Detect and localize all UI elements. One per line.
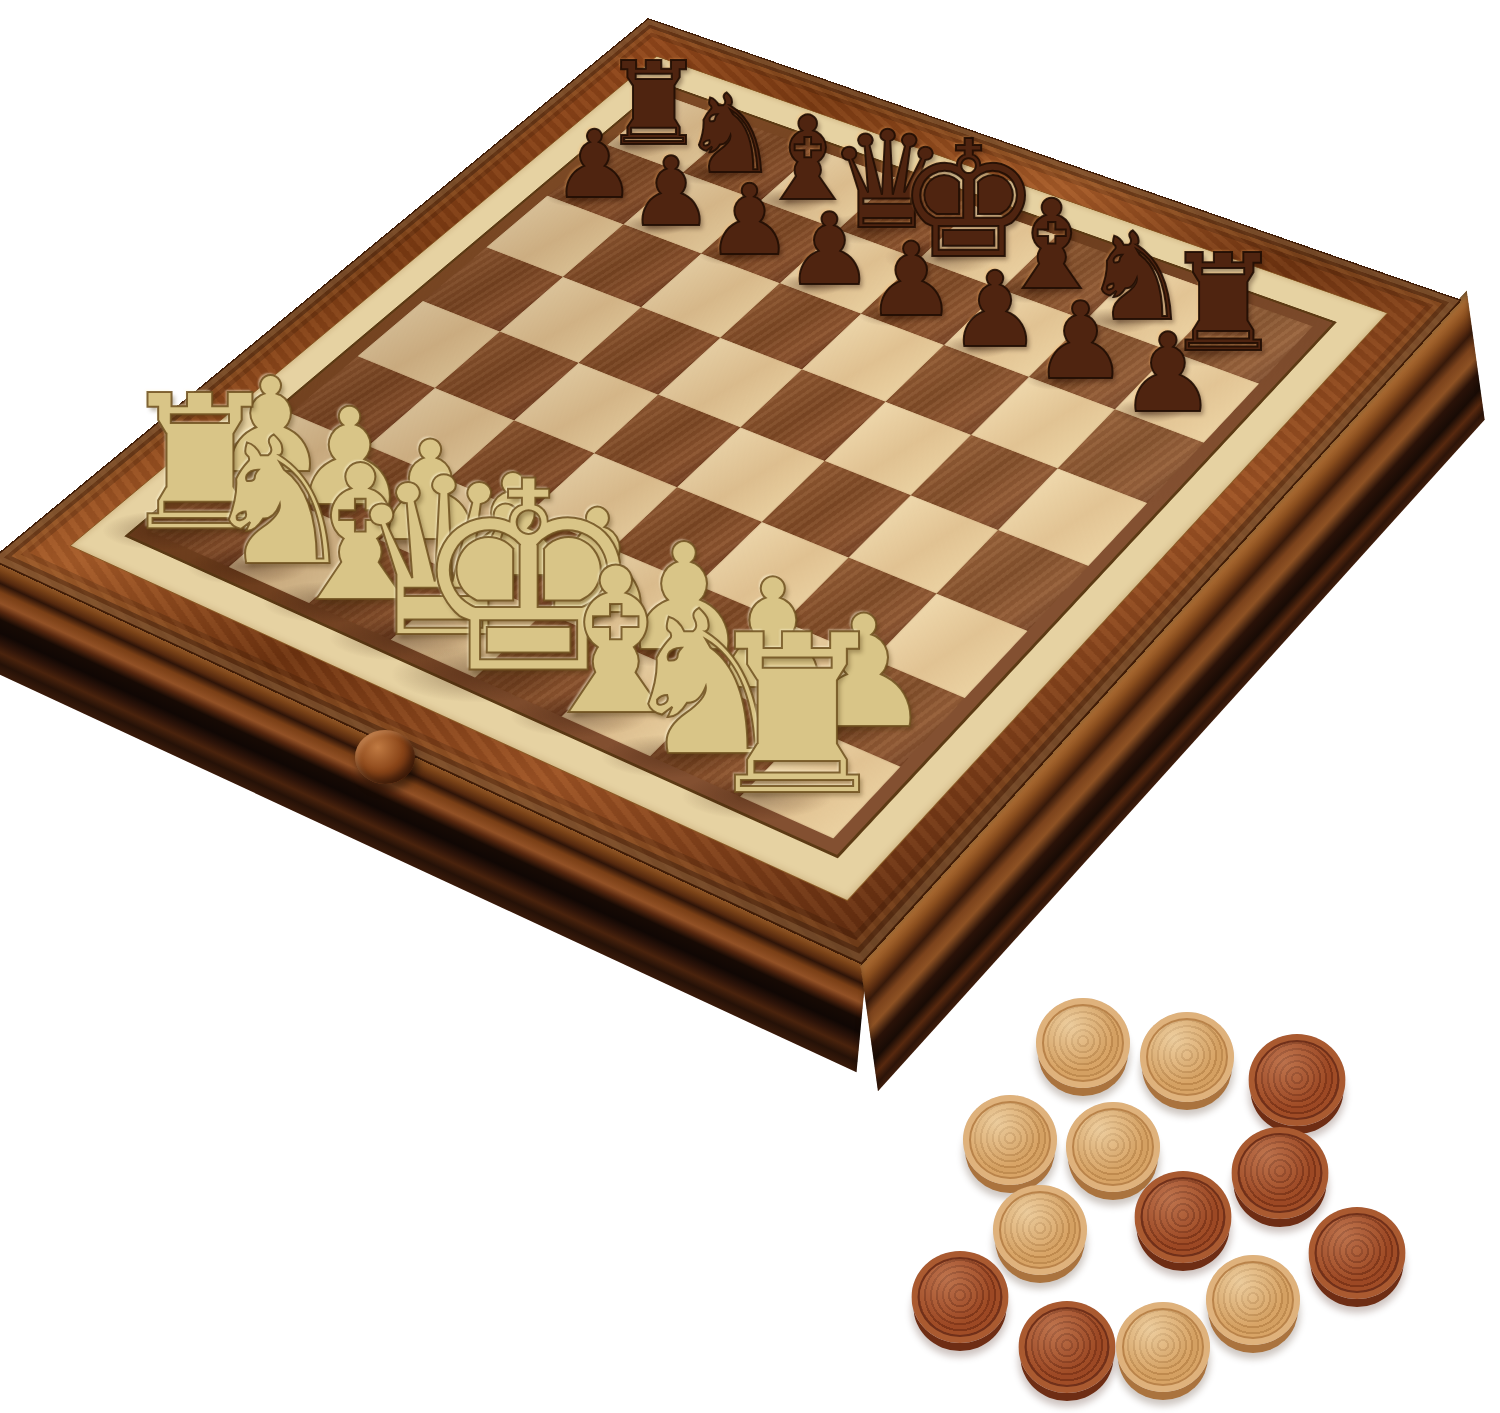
checker-red-7 <box>1135 1171 1232 1263</box>
checker-red-12 <box>1019 1301 1116 1393</box>
checker-light-8 <box>993 1185 1087 1275</box>
checker-red-9 <box>1309 1207 1406 1299</box>
checker-light-2 <box>1140 1012 1234 1102</box>
checker-light-4 <box>963 1095 1057 1185</box>
checker-red-3 <box>1249 1034 1346 1126</box>
checker-light-11 <box>1206 1255 1300 1345</box>
checker-red-6 <box>1232 1127 1329 1219</box>
checker-red-10 <box>912 1251 1009 1343</box>
checker-light-13 <box>1116 1302 1210 1392</box>
checker-light-1 <box>1036 998 1130 1088</box>
product-photo-stage: Overhead-angle product photo of a wooden… <box>0 0 1500 1413</box>
checker-light-5 <box>1066 1102 1160 1192</box>
checkers-layer <box>0 0 1500 1413</box>
